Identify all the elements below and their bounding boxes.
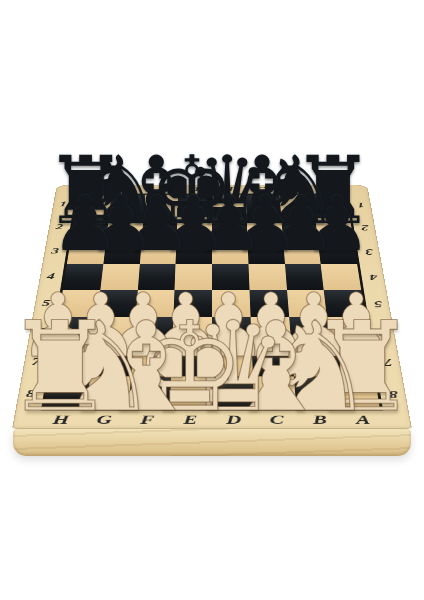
piece-black-pawn-h2[interactable]: ♟ bbox=[51, 186, 119, 262]
chess-set-photo: HGFEDCBA 12345678 12345678 HGFEDCBA ♜♞♝♛… bbox=[0, 0, 424, 600]
pieces-layer: ♜♞♝♛♚♝♞♜♟♟♟♟♟♟♟♟♟♟♟♟♟♟♟♟♜♞♝♛♚♝♞♜ bbox=[0, 0, 424, 600]
piece-white-rook-h8[interactable]: ♜ bbox=[4, 305, 115, 429]
